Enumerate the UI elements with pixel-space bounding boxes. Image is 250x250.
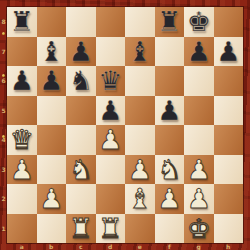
rank-label-4: 4 <box>0 125 7 155</box>
brass-dot <box>2 74 5 77</box>
square-b4[interactable] <box>37 125 67 155</box>
piece-black-knight-c6[interactable]: ♞ <box>69 66 93 96</box>
piece-white-pawn-d4[interactable]: ♟ <box>98 125 122 155</box>
square-h8[interactable] <box>214 7 244 37</box>
piece-black-queen-d6[interactable]: ♛ <box>98 66 122 96</box>
square-e6[interactable] <box>125 66 155 96</box>
square-f2[interactable]: ♟ <box>155 184 185 214</box>
piece-black-bishop-b7[interactable]: ♝ <box>39 37 63 67</box>
rank-label-6: 6 <box>0 66 7 96</box>
piece-black-pawn-c7[interactable]: ♟ <box>69 37 93 67</box>
piece-black-pawn-a6[interactable]: ♟ <box>10 66 34 96</box>
square-f7[interactable] <box>155 37 185 67</box>
square-e4[interactable] <box>125 125 155 155</box>
square-a3[interactable]: ♟ <box>7 155 37 185</box>
square-b8[interactable] <box>37 7 67 37</box>
piece-white-knight-f3[interactable]: ♞ <box>157 155 181 185</box>
piece-white-pawn-g3[interactable]: ♟ <box>187 155 211 185</box>
square-g3[interactable]: ♟ <box>184 155 214 185</box>
square-h4[interactable] <box>214 125 244 155</box>
piece-white-queen-a4[interactable]: ♛ <box>10 125 34 155</box>
square-d6[interactable]: ♛ <box>96 66 126 96</box>
square-c3[interactable]: ♞ <box>66 155 96 185</box>
square-c2[interactable] <box>66 184 96 214</box>
piece-black-pawn-d5[interactable]: ♟ <box>98 96 122 126</box>
file-label-c: c <box>66 243 96 250</box>
square-g2[interactable]: ♟ <box>184 184 214 214</box>
file-label-b: b <box>37 243 67 250</box>
square-c6[interactable]: ♞ <box>66 66 96 96</box>
square-e2[interactable]: ♝ <box>125 184 155 214</box>
piece-white-rook-d1[interactable]: ♜ <box>98 214 122 244</box>
square-d8[interactable] <box>96 7 126 37</box>
square-h2[interactable] <box>214 184 244 214</box>
square-f4[interactable] <box>155 125 185 155</box>
square-e5[interactable] <box>125 96 155 126</box>
file-label-d: d <box>96 243 126 250</box>
brass-dot <box>2 32 5 35</box>
piece-white-pawn-b2[interactable]: ♟ <box>39 184 63 214</box>
piece-black-king-g8[interactable]: ♚ <box>187 7 211 37</box>
piece-white-knight-c3[interactable]: ♞ <box>69 155 93 185</box>
piece-white-rook-c1[interactable]: ♜ <box>69 214 93 244</box>
square-b7[interactable]: ♝ <box>37 37 67 67</box>
square-d3[interactable] <box>96 155 126 185</box>
square-h5[interactable] <box>214 96 244 126</box>
square-g8[interactable]: ♚ <box>184 7 214 37</box>
piece-black-pawn-h7[interactable]: ♟ <box>216 37 240 67</box>
square-f5[interactable]: ♟ <box>155 96 185 126</box>
piece-black-pawn-f5[interactable]: ♟ <box>157 96 181 126</box>
square-h7[interactable]: ♟ <box>214 37 244 67</box>
square-d7[interactable] <box>96 37 126 67</box>
square-c8[interactable] <box>66 7 96 37</box>
square-a7[interactable] <box>7 37 37 67</box>
piece-white-pawn-f2[interactable]: ♟ <box>157 184 181 214</box>
square-c7[interactable]: ♟ <box>66 37 96 67</box>
square-d1[interactable]: ♜ <box>96 214 126 244</box>
rank-label-5: 5 <box>0 96 7 126</box>
rank-label-2: 2 <box>0 184 7 214</box>
piece-white-pawn-g2[interactable]: ♟ <box>187 184 211 214</box>
file-label-a: a <box>7 243 37 250</box>
square-g7[interactable]: ♟ <box>184 37 214 67</box>
square-b3[interactable] <box>37 155 67 185</box>
square-g1[interactable]: ♚ <box>184 214 214 244</box>
rank-label-1: 1 <box>0 214 7 244</box>
square-a6[interactable]: ♟ <box>7 66 37 96</box>
square-b1[interactable] <box>37 214 67 244</box>
square-f3[interactable]: ♞ <box>155 155 185 185</box>
square-e7[interactable]: ♝ <box>125 37 155 67</box>
square-e8[interactable] <box>125 7 155 37</box>
square-f8[interactable]: ♜ <box>155 7 185 37</box>
piece-white-pawn-e3[interactable]: ♟ <box>128 155 152 185</box>
square-a1[interactable] <box>7 214 37 244</box>
square-b6[interactable]: ♟ <box>37 66 67 96</box>
square-c4[interactable] <box>66 125 96 155</box>
square-g4[interactable] <box>184 125 214 155</box>
piece-black-bishop-e7[interactable]: ♝ <box>128 37 152 67</box>
square-h6[interactable] <box>214 66 244 96</box>
square-a5[interactable] <box>7 96 37 126</box>
piece-white-bishop-e2[interactable]: ♝ <box>128 184 152 214</box>
square-f6[interactable] <box>155 66 185 96</box>
piece-white-pawn-a3[interactable]: ♟ <box>10 155 34 185</box>
chess-board: ♜♜♚♝♟♝♟♟♟♟♞♛♟♟♛♟♟♞♟♞♟♟♝♟♟♜♜♚ <box>7 7 243 243</box>
square-e1[interactable] <box>125 214 155 244</box>
square-b2[interactable]: ♟ <box>37 184 67 214</box>
file-label-e: e <box>125 243 155 250</box>
square-h3[interactable] <box>214 155 244 185</box>
file-label-f: f <box>155 243 185 250</box>
square-d5[interactable]: ♟ <box>96 96 126 126</box>
rank-label-3: 3 <box>0 155 7 185</box>
piece-black-pawn-b6[interactable]: ♟ <box>39 66 63 96</box>
square-f1[interactable] <box>155 214 185 244</box>
square-a8[interactable]: ♜ <box>7 7 37 37</box>
square-d2[interactable] <box>96 184 126 214</box>
square-b5[interactable] <box>37 96 67 126</box>
square-e3[interactable]: ♟ <box>125 155 155 185</box>
square-a2[interactable] <box>7 184 37 214</box>
square-a4[interactable]: ♛ <box>7 125 37 155</box>
piece-black-pawn-g7[interactable]: ♟ <box>187 37 211 67</box>
square-g5[interactable] <box>184 96 214 126</box>
file-label-h: h <box>214 243 244 250</box>
square-d4[interactable]: ♟ <box>96 125 126 155</box>
rank-label-7: 7 <box>0 37 7 67</box>
piece-black-rook-f8[interactable]: ♜ <box>157 7 181 37</box>
square-c5[interactable] <box>66 96 96 126</box>
square-g6[interactable] <box>184 66 214 96</box>
square-c1[interactable]: ♜ <box>66 214 96 244</box>
square-h1[interactable] <box>214 214 244 244</box>
piece-white-king-g1[interactable]: ♚ <box>187 214 211 244</box>
piece-black-rook-a8[interactable]: ♜ <box>10 7 34 37</box>
brass-dot <box>2 135 5 138</box>
chess-board-frame: ♜♜♚♝♟♝♟♟♟♟♞♛♟♟♛♟♟♞♟♞♟♟♝♟♟♜♜♚ 87654321 ab… <box>0 0 250 250</box>
file-label-g: g <box>184 243 214 250</box>
